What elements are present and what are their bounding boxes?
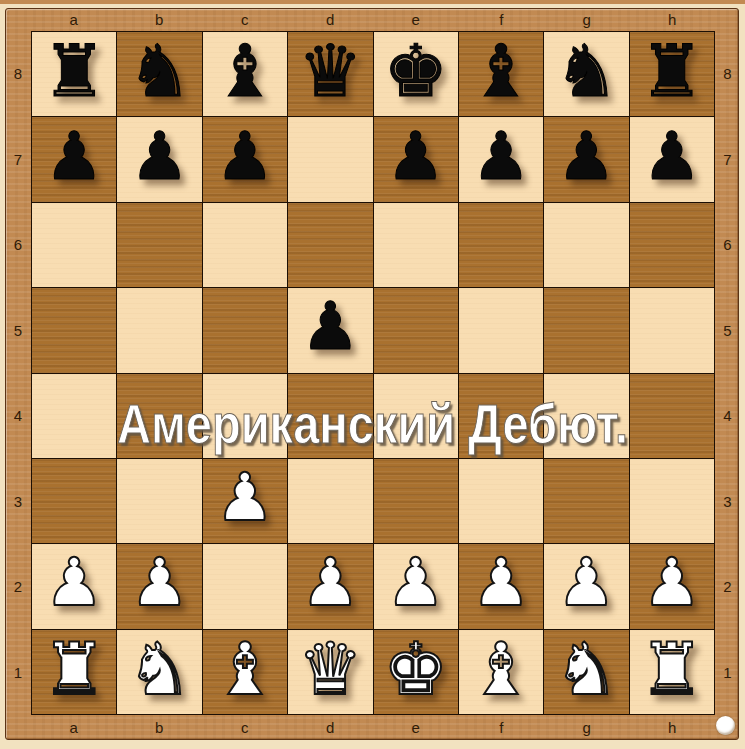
square-b5[interactable] — [117, 288, 201, 372]
piece-white-bishop[interactable]: ♝ — [469, 633, 534, 705]
piece-white-pawn[interactable]: ♟ — [215, 465, 274, 531]
square-h1[interactable]: ♜ — [630, 630, 714, 714]
square-h6[interactable] — [630, 203, 714, 287]
piece-black-pawn[interactable]: ♟ — [471, 124, 530, 190]
square-f8[interactable]: ♝ — [459, 32, 543, 116]
square-d3[interactable] — [288, 459, 372, 543]
piece-black-pawn[interactable]: ♟ — [215, 124, 274, 190]
square-a8[interactable]: ♜ — [32, 32, 116, 116]
square-a2[interactable]: ♟ — [32, 544, 116, 628]
square-d2[interactable]: ♟ — [288, 544, 372, 628]
piece-white-queen[interactable]: ♛ — [298, 633, 363, 705]
piece-black-pawn[interactable]: ♟ — [557, 124, 616, 190]
square-d8[interactable]: ♛ — [288, 32, 372, 116]
square-g3[interactable] — [544, 459, 628, 543]
square-d1[interactable]: ♛ — [288, 630, 372, 714]
piece-black-queen[interactable]: ♛ — [298, 35, 363, 107]
square-e6[interactable] — [374, 203, 458, 287]
piece-white-king[interactable]: ♚ — [383, 633, 448, 705]
square-d7[interactable] — [288, 117, 372, 201]
square-c6[interactable] — [203, 203, 287, 287]
square-e8[interactable]: ♚ — [374, 32, 458, 116]
square-c7[interactable]: ♟ — [203, 117, 287, 201]
square-h3[interactable] — [630, 459, 714, 543]
piece-black-king[interactable]: ♚ — [383, 35, 448, 107]
square-a6[interactable] — [32, 203, 116, 287]
piece-black-pawn[interactable]: ♟ — [301, 294, 360, 360]
square-g1[interactable]: ♞ — [544, 630, 628, 714]
square-f5[interactable] — [459, 288, 543, 372]
piece-white-rook[interactable]: ♜ — [640, 633, 705, 705]
square-h8[interactable]: ♜ — [630, 32, 714, 116]
square-f1[interactable]: ♝ — [459, 630, 543, 714]
square-b6[interactable] — [117, 203, 201, 287]
opening-caption: Американский Дебют. — [60, 391, 686, 455]
square-c8[interactable]: ♝ — [203, 32, 287, 116]
square-e3[interactable] — [374, 459, 458, 543]
square-b3[interactable] — [117, 459, 201, 543]
square-g5[interactable] — [544, 288, 628, 372]
piece-white-pawn[interactable]: ♟ — [471, 550, 530, 616]
piece-white-rook[interactable]: ♜ — [42, 633, 107, 705]
side-to-move-indicator — [716, 716, 735, 735]
square-d5[interactable]: ♟ — [288, 288, 372, 372]
square-c1[interactable]: ♝ — [203, 630, 287, 714]
square-a3[interactable] — [32, 459, 116, 543]
square-h7[interactable]: ♟ — [630, 117, 714, 201]
piece-white-pawn[interactable]: ♟ — [301, 550, 360, 616]
square-h5[interactable] — [630, 288, 714, 372]
piece-white-knight[interactable]: ♞ — [127, 633, 192, 705]
piece-black-pawn[interactable]: ♟ — [130, 124, 189, 190]
piece-black-pawn[interactable]: ♟ — [45, 124, 104, 190]
piece-white-pawn[interactable]: ♟ — [386, 550, 445, 616]
square-g8[interactable]: ♞ — [544, 32, 628, 116]
piece-black-bishop[interactable]: ♝ — [469, 35, 534, 107]
piece-black-knight[interactable]: ♞ — [127, 35, 192, 107]
square-h2[interactable]: ♟ — [630, 544, 714, 628]
outer-wood-strip — [0, 0, 745, 4]
square-f6[interactable] — [459, 203, 543, 287]
piece-black-bishop[interactable]: ♝ — [213, 35, 278, 107]
piece-black-pawn[interactable]: ♟ — [386, 124, 445, 190]
chess-app: abcdefgh abcdefgh 87654321 87654321 ♜♞♝♛… — [0, 0, 745, 749]
square-e1[interactable]: ♚ — [374, 630, 458, 714]
piece-black-knight[interactable]: ♞ — [554, 35, 619, 107]
square-b1[interactable]: ♞ — [117, 630, 201, 714]
square-b2[interactable]: ♟ — [117, 544, 201, 628]
piece-white-pawn[interactable]: ♟ — [130, 550, 189, 616]
square-e2[interactable]: ♟ — [374, 544, 458, 628]
square-c3[interactable]: ♟ — [203, 459, 287, 543]
piece-white-bishop[interactable]: ♝ — [213, 633, 278, 705]
square-a5[interactable] — [32, 288, 116, 372]
board: ♜♞♝♛♚♝♞♜♟♟♟♟♟♟♟♟♟♟♟♟♟♟♟♟♜♞♝♛♚♝♞♜ — [31, 31, 715, 715]
square-f7[interactable]: ♟ — [459, 117, 543, 201]
square-g7[interactable]: ♟ — [544, 117, 628, 201]
piece-black-rook[interactable]: ♜ — [42, 35, 107, 107]
square-e7[interactable]: ♟ — [374, 117, 458, 201]
square-g2[interactable]: ♟ — [544, 544, 628, 628]
square-f3[interactable] — [459, 459, 543, 543]
square-e5[interactable] — [374, 288, 458, 372]
square-a1[interactable]: ♜ — [32, 630, 116, 714]
piece-white-pawn[interactable]: ♟ — [45, 550, 104, 616]
piece-black-pawn[interactable]: ♟ — [642, 124, 701, 190]
piece-white-pawn[interactable]: ♟ — [642, 550, 701, 616]
piece-white-pawn[interactable]: ♟ — [557, 550, 616, 616]
square-g6[interactable] — [544, 203, 628, 287]
square-b8[interactable]: ♞ — [117, 32, 201, 116]
square-f2[interactable]: ♟ — [459, 544, 543, 628]
piece-white-knight[interactable]: ♞ — [554, 633, 619, 705]
square-d6[interactable] — [288, 203, 372, 287]
square-c5[interactable] — [203, 288, 287, 372]
square-b7[interactable]: ♟ — [117, 117, 201, 201]
square-a7[interactable]: ♟ — [32, 117, 116, 201]
piece-black-rook[interactable]: ♜ — [640, 35, 705, 107]
square-c2[interactable] — [203, 544, 287, 628]
